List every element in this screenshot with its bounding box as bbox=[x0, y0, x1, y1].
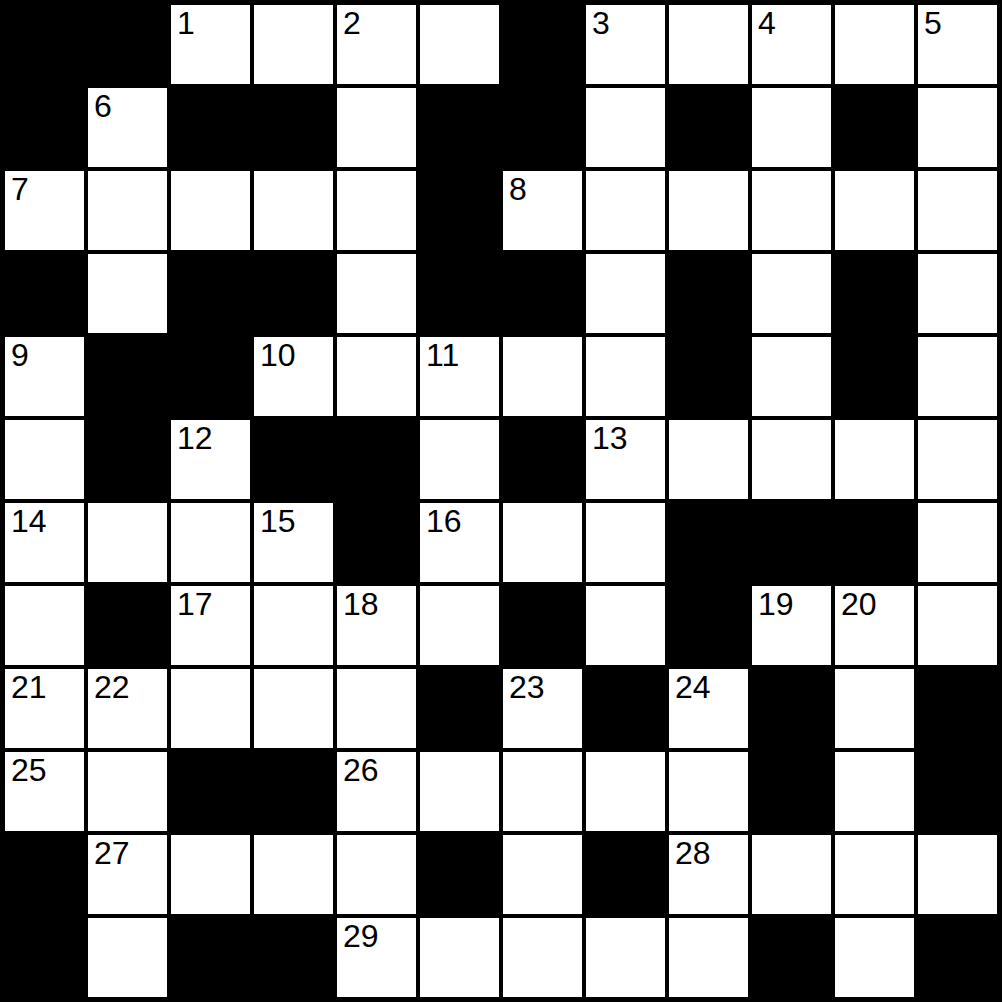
cell-r9c0[interactable]: 25 bbox=[3, 750, 86, 833]
cell-r11c7[interactable] bbox=[584, 916, 667, 999]
block-cell-r9c9 bbox=[750, 750, 833, 833]
cell-r4c6[interactable] bbox=[501, 335, 584, 418]
cell-r8c8[interactable]: 24 bbox=[667, 667, 750, 750]
block-cell-r1c5 bbox=[418, 86, 501, 169]
cell-r0c4[interactable]: 2 bbox=[335, 3, 418, 86]
clue-number: 8 bbox=[509, 173, 527, 207]
cell-r3c11[interactable] bbox=[916, 252, 999, 335]
block-cell-r8c5 bbox=[418, 667, 501, 750]
clue-number: 21 bbox=[11, 671, 47, 705]
cell-r1c1[interactable]: 6 bbox=[86, 86, 169, 169]
cell-r11c5[interactable] bbox=[418, 916, 501, 999]
cell-r2c10[interactable] bbox=[833, 169, 916, 252]
block-cell-r9c11 bbox=[916, 750, 999, 833]
cell-r9c1[interactable] bbox=[86, 750, 169, 833]
cell-r5c11[interactable] bbox=[916, 418, 999, 501]
clue-number: 6 bbox=[94, 90, 112, 124]
cell-r0c2[interactable]: 1 bbox=[169, 3, 252, 86]
block-cell-r4c1 bbox=[86, 335, 169, 418]
cell-r1c4[interactable] bbox=[335, 86, 418, 169]
block-cell-r3c2 bbox=[169, 252, 252, 335]
block-cell-r11c9 bbox=[750, 916, 833, 999]
cell-r6c6[interactable] bbox=[501, 501, 584, 584]
block-cell-r10c7 bbox=[584, 833, 667, 916]
block-cell-r1c0 bbox=[3, 86, 86, 169]
block-cell-r10c0 bbox=[3, 833, 86, 916]
block-cell-r3c3 bbox=[252, 252, 335, 335]
cell-r11c6[interactable] bbox=[501, 916, 584, 999]
block-cell-r11c11 bbox=[916, 916, 999, 999]
block-cell-r1c6 bbox=[501, 86, 584, 169]
cell-r2c1[interactable] bbox=[86, 169, 169, 252]
cell-r9c6[interactable] bbox=[501, 750, 584, 833]
block-cell-r1c8 bbox=[667, 86, 750, 169]
cell-r7c4[interactable]: 18 bbox=[335, 584, 418, 667]
cell-r2c7[interactable] bbox=[584, 169, 667, 252]
cell-r5c7[interactable]: 13 bbox=[584, 418, 667, 501]
cell-r7c2[interactable]: 17 bbox=[169, 584, 252, 667]
clue-number: 24 bbox=[675, 671, 711, 705]
block-cell-r5c1 bbox=[86, 418, 169, 501]
clue-number: 20 bbox=[841, 588, 877, 622]
cell-r2c11[interactable] bbox=[916, 169, 999, 252]
block-cell-r11c0 bbox=[3, 916, 86, 999]
clue-number: 22 bbox=[94, 671, 130, 705]
clue-number: 13 bbox=[592, 422, 628, 456]
block-cell-r1c10 bbox=[833, 86, 916, 169]
cell-r6c2[interactable] bbox=[169, 501, 252, 584]
clue-number: 7 bbox=[11, 173, 29, 207]
cell-r2c0[interactable]: 7 bbox=[3, 169, 86, 252]
clue-number: 5 bbox=[924, 7, 942, 41]
clue-number: 28 bbox=[675, 837, 711, 871]
cell-r11c8[interactable] bbox=[667, 916, 750, 999]
cell-r11c10[interactable] bbox=[833, 916, 916, 999]
cell-r1c11[interactable] bbox=[916, 86, 999, 169]
block-cell-r4c8 bbox=[667, 335, 750, 418]
block-cell-r6c9 bbox=[750, 501, 833, 584]
block-cell-r5c3 bbox=[252, 418, 335, 501]
block-cell-r11c3 bbox=[252, 916, 335, 999]
cell-r8c0[interactable]: 21 bbox=[3, 667, 86, 750]
clue-number: 27 bbox=[94, 837, 130, 871]
block-cell-r1c2 bbox=[169, 86, 252, 169]
cell-r8c2[interactable] bbox=[169, 667, 252, 750]
cell-r6c11[interactable] bbox=[916, 501, 999, 584]
cell-r6c3[interactable]: 15 bbox=[252, 501, 335, 584]
cell-r10c3[interactable] bbox=[252, 833, 335, 916]
block-cell-r9c3 bbox=[252, 750, 335, 833]
cell-r1c9[interactable] bbox=[750, 86, 833, 169]
cell-r7c5[interactable] bbox=[418, 584, 501, 667]
clue-number: 16 bbox=[426, 505, 462, 539]
block-cell-r8c7 bbox=[584, 667, 667, 750]
cell-r11c1[interactable] bbox=[86, 916, 169, 999]
cell-r5c0[interactable] bbox=[3, 418, 86, 501]
clue-number: 23 bbox=[509, 671, 545, 705]
clue-number: 26 bbox=[343, 754, 379, 788]
clue-number: 15 bbox=[260, 505, 296, 539]
cell-r11c4[interactable]: 29 bbox=[335, 916, 418, 999]
cell-r5c9[interactable] bbox=[750, 418, 833, 501]
clue-number: 29 bbox=[343, 920, 379, 954]
cell-r6c5[interactable]: 16 bbox=[418, 501, 501, 584]
cell-r6c7[interactable] bbox=[584, 501, 667, 584]
block-cell-r5c6 bbox=[501, 418, 584, 501]
block-cell-r4c2 bbox=[169, 335, 252, 418]
cell-r4c7[interactable] bbox=[584, 335, 667, 418]
cell-r10c8[interactable]: 28 bbox=[667, 833, 750, 916]
cell-r8c10[interactable] bbox=[833, 667, 916, 750]
cell-r4c4[interactable] bbox=[335, 335, 418, 418]
cell-r0c7[interactable]: 3 bbox=[584, 3, 667, 86]
cell-r10c2[interactable] bbox=[169, 833, 252, 916]
block-cell-r9c2 bbox=[169, 750, 252, 833]
cell-r8c4[interactable] bbox=[335, 667, 418, 750]
cell-r8c1[interactable]: 22 bbox=[86, 667, 169, 750]
cell-r7c9[interactable]: 19 bbox=[750, 584, 833, 667]
cell-r10c9[interactable] bbox=[750, 833, 833, 916]
cell-r9c10[interactable] bbox=[833, 750, 916, 833]
block-cell-r3c8 bbox=[667, 252, 750, 335]
cell-r6c1[interactable] bbox=[86, 501, 169, 584]
cell-r2c3[interactable] bbox=[252, 169, 335, 252]
cell-r9c8[interactable] bbox=[667, 750, 750, 833]
block-cell-r4c10 bbox=[833, 335, 916, 418]
cell-r4c0[interactable]: 9 bbox=[3, 335, 86, 418]
block-cell-r10c5 bbox=[418, 833, 501, 916]
clue-number: 17 bbox=[177, 588, 213, 622]
cell-r7c0[interactable] bbox=[3, 584, 86, 667]
cell-r1c7[interactable] bbox=[584, 86, 667, 169]
cell-r10c4[interactable] bbox=[335, 833, 418, 916]
block-cell-r6c8 bbox=[667, 501, 750, 584]
cell-r7c3[interactable] bbox=[252, 584, 335, 667]
cell-r4c5[interactable]: 11 bbox=[418, 335, 501, 418]
cell-r2c8[interactable] bbox=[667, 169, 750, 252]
cell-r3c9[interactable] bbox=[750, 252, 833, 335]
clue-number: 1 bbox=[177, 7, 195, 41]
clue-number: 14 bbox=[11, 505, 47, 539]
clue-number: 4 bbox=[758, 7, 776, 41]
block-cell-r11c2 bbox=[169, 916, 252, 999]
block-cell-r6c4 bbox=[335, 501, 418, 584]
block-cell-r3c10 bbox=[833, 252, 916, 335]
cell-r8c3[interactable] bbox=[252, 667, 335, 750]
cell-r0c11[interactable]: 5 bbox=[916, 3, 999, 86]
block-cell-r0c6 bbox=[501, 3, 584, 86]
cell-r7c11[interactable] bbox=[916, 584, 999, 667]
cell-r2c9[interactable] bbox=[750, 169, 833, 252]
block-cell-r0c0 bbox=[3, 3, 86, 86]
cell-r5c8[interactable] bbox=[667, 418, 750, 501]
block-cell-r2c5 bbox=[418, 169, 501, 252]
cell-r9c5[interactable] bbox=[418, 750, 501, 833]
cell-r10c11[interactable] bbox=[916, 833, 999, 916]
block-cell-r3c0 bbox=[3, 252, 86, 335]
cell-r0c10[interactable] bbox=[833, 3, 916, 86]
clue-number: 11 bbox=[426, 339, 459, 373]
block-cell-r6c10 bbox=[833, 501, 916, 584]
block-cell-r3c6 bbox=[501, 252, 584, 335]
cell-r6c0[interactable]: 14 bbox=[3, 501, 86, 584]
cell-r4c3[interactable]: 10 bbox=[252, 335, 335, 418]
clue-number: 18 bbox=[343, 588, 379, 622]
cell-r10c10[interactable] bbox=[833, 833, 916, 916]
block-cell-r3c5 bbox=[418, 252, 501, 335]
clue-number: 10 bbox=[260, 339, 296, 373]
cell-r3c4[interactable] bbox=[335, 252, 418, 335]
cell-r4c11[interactable] bbox=[916, 335, 999, 418]
cell-r8c6[interactable]: 23 bbox=[501, 667, 584, 750]
cell-r4c9[interactable] bbox=[750, 335, 833, 418]
block-cell-r7c1 bbox=[86, 584, 169, 667]
cell-r5c2[interactable]: 12 bbox=[169, 418, 252, 501]
cell-r3c7[interactable] bbox=[584, 252, 667, 335]
block-cell-r7c6 bbox=[501, 584, 584, 667]
cell-r0c3[interactable] bbox=[252, 3, 335, 86]
cell-r0c8[interactable] bbox=[667, 3, 750, 86]
block-cell-r7c8 bbox=[667, 584, 750, 667]
cell-r10c6[interactable] bbox=[501, 833, 584, 916]
cell-r0c9[interactable]: 4 bbox=[750, 3, 833, 86]
cell-r10c1[interactable]: 27 bbox=[86, 833, 169, 916]
block-cell-r0c1 bbox=[86, 3, 169, 86]
crossword-board: 1234567891011121314151617181920212223242… bbox=[0, 0, 1002, 1002]
clue-number: 12 bbox=[177, 422, 213, 456]
block-cell-r8c9 bbox=[750, 667, 833, 750]
cell-r2c4[interactable] bbox=[335, 169, 418, 252]
cell-r2c6[interactable]: 8 bbox=[501, 169, 584, 252]
cell-r7c7[interactable] bbox=[584, 584, 667, 667]
cell-r9c4[interactable]: 26 bbox=[335, 750, 418, 833]
clue-number: 9 bbox=[11, 339, 29, 373]
cell-r5c5[interactable] bbox=[418, 418, 501, 501]
cell-r5c10[interactable] bbox=[833, 418, 916, 501]
cell-r2c2[interactable] bbox=[169, 169, 252, 252]
clue-number: 3 bbox=[592, 7, 610, 41]
clue-number: 25 bbox=[11, 754, 47, 788]
block-cell-r8c11 bbox=[916, 667, 999, 750]
cell-r3c1[interactable] bbox=[86, 252, 169, 335]
block-cell-r5c4 bbox=[335, 418, 418, 501]
cell-r0c5[interactable] bbox=[418, 3, 501, 86]
cell-r7c10[interactable]: 20 bbox=[833, 584, 916, 667]
clue-number: 2 bbox=[343, 7, 361, 41]
clue-number: 19 bbox=[758, 588, 794, 622]
block-cell-r1c3 bbox=[252, 86, 335, 169]
cell-r9c7[interactable] bbox=[584, 750, 667, 833]
